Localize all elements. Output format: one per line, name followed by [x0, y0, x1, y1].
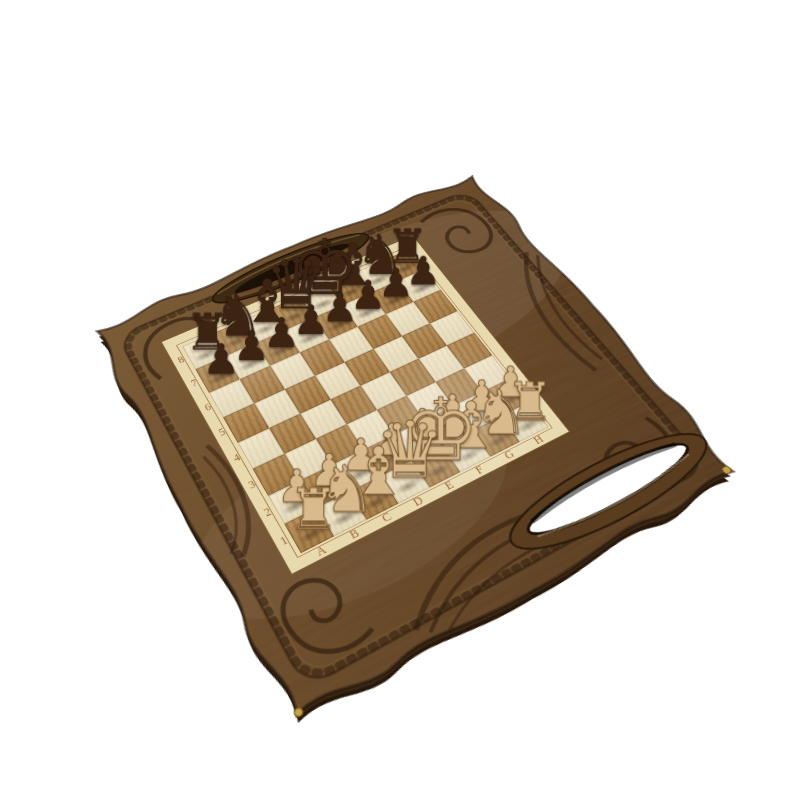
chess-backgammon-case: ♜♞♝♛♚♝♞♜♟♟♟♟♟♟♟♟♟♟♟♟♟♟♟♟♜♞♝♛♚♝♞♜ 1234567…: [75, 162, 760, 745]
black-pawn: ♟: [203, 339, 240, 381]
scene: ♜♞♝♛♚♝♞♜♟♟♟♟♟♟♟♟♟♟♟♟♟♟♟♟♜♞♝♛♚♝♞♜ 1234567…: [0, 0, 800, 800]
white-rook: ♜: [288, 481, 339, 538]
